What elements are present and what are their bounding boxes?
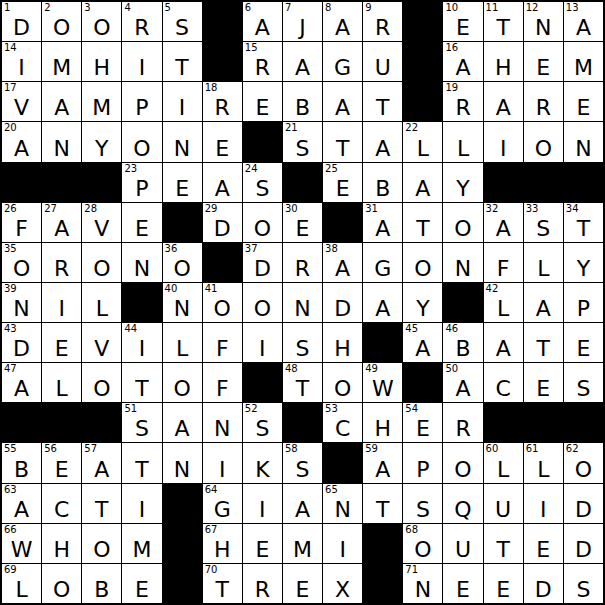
cell-letter: T	[484, 16, 523, 40]
cell-r6c7[interactable]: O	[243, 203, 282, 242]
cell-r9c3[interactable]: V	[82, 323, 121, 362]
cell-r11c7[interactable]: 52S	[243, 403, 282, 442]
cell-r8c15[interactable]: P	[564, 283, 603, 322]
cell-letter: O	[564, 458, 603, 482]
cell-letter: U	[484, 498, 523, 522]
cell-letter: R	[42, 257, 81, 281]
cell-r13c15[interactable]: D	[564, 484, 603, 523]
cell-r15c12[interactable]: E	[443, 564, 482, 603]
cell-r2c4[interactable]: I	[122, 42, 161, 81]
cell-r8c6[interactable]: 41O	[203, 283, 242, 322]
cell-letter: A	[484, 96, 523, 120]
cell-r4c9[interactable]: T	[323, 122, 362, 161]
cell-r11c9[interactable]: 53C	[323, 403, 362, 442]
cell-r2c10[interactable]: U	[363, 42, 402, 81]
cell-r8c1[interactable]: 39N	[2, 283, 41, 322]
cell-r9c8[interactable]: S	[283, 323, 322, 362]
black-square-r11c8	[283, 403, 322, 442]
cell-letter: P	[122, 96, 161, 120]
cell-r5c12[interactable]: Y	[443, 163, 482, 202]
cell-r15c15[interactable]: S	[564, 564, 603, 603]
clue-number: 71	[405, 564, 418, 575]
cell-r8c5[interactable]: 40N	[163, 283, 202, 322]
cell-r8c9[interactable]: D	[323, 283, 362, 322]
black-square-r13c5	[163, 484, 202, 523]
cell-r12c2[interactable]: 56E	[42, 443, 81, 482]
cell-r3c15[interactable]: E	[564, 82, 603, 121]
cell-letter: S	[564, 377, 603, 401]
cell-r3c7[interactable]: E	[243, 82, 282, 121]
cell-letter: S	[283, 337, 322, 361]
cell-letter: E	[122, 578, 161, 602]
crossword-grid: 1D2O3O4R5S6A7J8A9R10E11T12N13A14IMHIT15R…	[0, 0, 605, 605]
cell-letter: U	[443, 538, 482, 562]
cell-r3c2[interactable]: A	[42, 82, 81, 121]
clue-number: 16	[445, 42, 458, 53]
cell-r10c4[interactable]: T	[122, 363, 161, 402]
clue-number: 52	[245, 403, 258, 414]
cell-letter: O	[42, 16, 81, 40]
black-square-r15c5	[163, 564, 202, 603]
cell-r3c14[interactable]: R	[524, 82, 563, 121]
cell-r14c4[interactable]: M	[122, 524, 161, 563]
cell-r15c1[interactable]: 69L	[2, 564, 41, 603]
cell-r9c12[interactable]: 46B	[443, 323, 482, 362]
cell-r14c11[interactable]: 68O	[403, 524, 442, 563]
cell-letter: L	[163, 337, 202, 361]
cell-r4c8[interactable]: 21S	[283, 122, 322, 161]
cell-r14c14[interactable]: E	[524, 524, 563, 563]
cell-r4c1[interactable]: 20A	[2, 122, 41, 161]
cell-r12c3[interactable]: 57A	[82, 443, 121, 482]
cell-r15c4[interactable]: E	[122, 564, 161, 603]
cell-r15c11[interactable]: 71N	[403, 564, 442, 603]
cell-r3c3[interactable]: M	[82, 82, 121, 121]
cell-r12c13[interactable]: 60L	[484, 443, 523, 482]
clue-number: 22	[405, 122, 418, 133]
cell-r15c13[interactable]: E	[484, 564, 523, 603]
cell-letter: P	[122, 177, 161, 201]
cell-r1c14[interactable]: 12N	[524, 2, 563, 41]
cell-r4c12[interactable]: L	[443, 122, 482, 161]
cell-r9c14[interactable]: T	[524, 323, 563, 362]
cell-r12c6[interactable]: I	[203, 443, 242, 482]
cell-r8c3[interactable]: L	[82, 283, 121, 322]
cell-letter: B	[2, 458, 41, 482]
cell-r15c7[interactable]: R	[243, 564, 282, 603]
cell-letter: P	[403, 458, 442, 482]
cell-r10c10[interactable]: 49W	[363, 363, 402, 402]
cell-r9c2[interactable]: E	[42, 323, 81, 362]
cell-letter: I	[122, 498, 161, 522]
cell-r15c3[interactable]: B	[82, 564, 121, 603]
clue-number: 36	[165, 243, 178, 254]
cell-letter: O	[524, 137, 563, 161]
cell-r7c1[interactable]: 35O	[2, 243, 41, 282]
cell-letter: L	[484, 458, 523, 482]
clue-number: 20	[4, 122, 17, 133]
cell-letter: O	[243, 297, 282, 321]
cell-r7c5[interactable]: 36O	[163, 243, 202, 282]
cell-r10c8[interactable]: 48T	[283, 363, 322, 402]
clue-number: 54	[405, 403, 418, 414]
cell-r8c10[interactable]: A	[363, 283, 402, 322]
cell-r5c11[interactable]: A	[403, 163, 442, 202]
cell-r1c4[interactable]: 4R	[122, 2, 161, 41]
cell-r3c13[interactable]: A	[484, 82, 523, 121]
cell-r1c8[interactable]: 7J	[283, 2, 322, 41]
cell-r14c9[interactable]: I	[323, 524, 362, 563]
cell-r13c10[interactable]: T	[363, 484, 402, 523]
cell-r8c7[interactable]: O	[243, 283, 282, 322]
cell-r3c1[interactable]: 17V	[2, 82, 41, 121]
cell-r6c2[interactable]: 27A	[42, 203, 81, 242]
clue-number: 15	[245, 42, 258, 53]
clue-number: 56	[44, 443, 57, 454]
cell-letter: N	[403, 578, 442, 602]
cell-r2c14[interactable]: E	[524, 42, 563, 81]
cell-letter: F	[484, 257, 523, 281]
black-square-r11c14	[524, 403, 563, 442]
cell-r7c7[interactable]: 37D	[243, 243, 282, 282]
cell-letter: F	[2, 217, 41, 241]
cell-r12c11[interactable]: P	[403, 443, 442, 482]
cell-r13c2[interactable]: C	[42, 484, 81, 523]
cell-letter: A	[82, 458, 121, 482]
cell-letter: P	[564, 297, 603, 321]
black-square-r11c3	[82, 403, 121, 442]
cell-r4c5[interactable]: N	[163, 122, 202, 161]
clue-number: 66	[4, 524, 17, 535]
cell-letter: H	[484, 56, 523, 80]
black-square-r1c11	[403, 2, 442, 41]
cell-r5c6[interactable]: A	[203, 163, 242, 202]
clue-number: 3	[84, 2, 90, 13]
cell-r13c13[interactable]: U	[484, 484, 523, 523]
cell-r10c12[interactable]: 50A	[443, 363, 482, 402]
cell-letter: R	[443, 417, 482, 441]
cell-r10c9[interactable]: O	[323, 363, 362, 402]
clue-number: 25	[325, 163, 338, 174]
cell-r2c2[interactable]: M	[42, 42, 81, 81]
cell-r14c6[interactable]: 67H	[203, 524, 242, 563]
cell-letter: T	[122, 377, 161, 401]
cell-r5c10[interactable]: B	[363, 163, 402, 202]
cell-r14c2[interactable]: H	[42, 524, 81, 563]
cell-r3c4[interactable]: P	[122, 82, 161, 121]
cell-r7c12[interactable]: N	[443, 243, 482, 282]
cell-r6c1[interactable]: 26F	[2, 203, 41, 242]
cell-r14c12[interactable]: U	[443, 524, 482, 563]
cell-r11c5[interactable]: A	[163, 403, 202, 442]
cell-r12c10[interactable]: 59A	[363, 443, 402, 482]
cell-r13c6[interactable]: 64G	[203, 484, 242, 523]
cell-letter: E	[243, 538, 282, 562]
cell-letter: O	[443, 458, 482, 482]
cell-r9c4[interactable]: 44I	[122, 323, 161, 362]
cell-r2c13[interactable]: H	[484, 42, 523, 81]
cell-r8c11[interactable]: Y	[403, 283, 442, 322]
clue-number: 48	[285, 363, 298, 374]
cell-r10c5[interactable]: O	[163, 363, 202, 402]
cell-letter: R	[443, 96, 482, 120]
cell-r13c11[interactable]: S	[403, 484, 442, 523]
cell-letter: T	[524, 337, 563, 361]
cell-letter: F	[203, 337, 242, 361]
cell-r1c7[interactable]: 6A	[243, 2, 282, 41]
cell-r14c8[interactable]: M	[283, 524, 322, 563]
cell-r8c13[interactable]: 42L	[484, 283, 523, 322]
cell-r10c3[interactable]: O	[82, 363, 121, 402]
cell-r7c14[interactable]: L	[524, 243, 563, 282]
cell-letter: I	[243, 498, 282, 522]
cell-r9c13[interactable]: A	[484, 323, 523, 362]
cell-r11c12[interactable]: R	[443, 403, 482, 442]
cell-r6c14[interactable]: 33S	[524, 203, 563, 242]
cell-r1c9[interactable]: 8A	[323, 2, 362, 41]
cell-r2c9[interactable]: G	[323, 42, 362, 81]
black-square-r5c3	[82, 163, 121, 202]
clue-number: 27	[44, 203, 57, 214]
cell-r15c6[interactable]: 70T	[203, 564, 242, 603]
cell-r12c15[interactable]: 62O	[564, 443, 603, 482]
cell-r1c15[interactable]: 13A	[564, 2, 603, 41]
cell-r4c10[interactable]: A	[363, 122, 402, 161]
cell-r14c13[interactable]: T	[484, 524, 523, 563]
cell-r12c1[interactable]: 55B	[2, 443, 41, 482]
cell-r7c15[interactable]: Y	[564, 243, 603, 282]
cell-letter: T	[122, 458, 161, 482]
cell-r7c3[interactable]: O	[82, 243, 121, 282]
cell-r5c7[interactable]: 24S	[243, 163, 282, 202]
clue-number: 32	[486, 203, 499, 214]
cell-r6c3[interactable]: 28V	[82, 203, 121, 242]
black-square-r8c4	[122, 283, 161, 322]
cell-r2c7[interactable]: 15R	[243, 42, 282, 81]
cell-r7c4[interactable]: N	[122, 243, 161, 282]
cell-r8c8[interactable]: N	[283, 283, 322, 322]
cell-r13c8[interactable]: A	[283, 484, 322, 523]
cell-r13c14[interactable]: I	[524, 484, 563, 523]
clue-number: 40	[165, 283, 178, 294]
cell-r4c6[interactable]: E	[203, 122, 242, 161]
cell-r14c1[interactable]: 66W	[2, 524, 41, 563]
cell-r2c1[interactable]: 14I	[2, 42, 41, 81]
clue-number: 34	[566, 203, 579, 214]
cell-r3c10[interactable]: T	[363, 82, 402, 121]
cell-r8c14[interactable]: A	[524, 283, 563, 322]
cell-r10c6[interactable]: F	[203, 363, 242, 402]
cell-letter: A	[42, 96, 81, 120]
cell-r2c15[interactable]: M	[564, 42, 603, 81]
cell-r2c3[interactable]: H	[82, 42, 121, 81]
cell-r5c4[interactable]: 23P	[122, 163, 161, 202]
cell-letter: K	[243, 458, 282, 482]
cell-letter: N	[283, 297, 322, 321]
cell-r15c14[interactable]: D	[524, 564, 563, 603]
cell-r15c2[interactable]: O	[42, 564, 81, 603]
cell-r10c14[interactable]: E	[524, 363, 563, 402]
cell-letter: I	[42, 297, 81, 321]
clue-number: 28	[84, 203, 97, 214]
cell-r13c4[interactable]: I	[122, 484, 161, 523]
cell-r11c11[interactable]: 54E	[403, 403, 442, 442]
clue-number: 10	[445, 2, 458, 13]
cell-letter: A	[2, 137, 41, 161]
cell-r10c15[interactable]: S	[564, 363, 603, 402]
cell-r6c11[interactable]: T	[403, 203, 442, 242]
cell-r4c3[interactable]: Y	[82, 122, 121, 161]
cell-letter: A	[484, 217, 523, 241]
cell-r14c3[interactable]: O	[82, 524, 121, 563]
cell-r9c6[interactable]: F	[203, 323, 242, 362]
cell-r1c3[interactable]: 3O	[82, 2, 121, 41]
cell-r12c14[interactable]: 61L	[524, 443, 563, 482]
cell-r4c15[interactable]: N	[564, 122, 603, 161]
cell-r1c10[interactable]: 9R	[363, 2, 402, 41]
cell-r14c15[interactable]: D	[564, 524, 603, 563]
cell-letter: T	[363, 498, 402, 522]
cell-r6c15[interactable]: 34T	[564, 203, 603, 242]
cell-r6c8[interactable]: 30E	[283, 203, 322, 242]
cell-r4c14[interactable]: O	[524, 122, 563, 161]
cell-r14c7[interactable]: E	[243, 524, 282, 563]
cell-r1c2[interactable]: 2O	[42, 2, 81, 41]
cell-letter: J	[283, 16, 322, 40]
cell-r1c13[interactable]: 11T	[484, 2, 523, 41]
cell-r5c9[interactable]: 25E	[323, 163, 362, 202]
cell-letter: G	[363, 257, 402, 281]
clue-number: 70	[205, 564, 218, 575]
cell-r2c5[interactable]: T	[163, 42, 202, 81]
cell-letter: T	[163, 56, 202, 80]
cell-letter: M	[42, 56, 81, 80]
cell-letter: E	[564, 337, 603, 361]
cell-r11c10[interactable]: H	[363, 403, 402, 442]
cell-r13c9[interactable]: 65N	[323, 484, 362, 523]
cell-r11c6[interactable]: N	[203, 403, 242, 442]
cell-r7c8[interactable]: R	[283, 243, 322, 282]
cell-r11c4[interactable]: 51S	[122, 403, 161, 442]
clue-number: 17	[4, 82, 17, 93]
cell-r12c8[interactable]: 58S	[283, 443, 322, 482]
cell-letter: D	[564, 538, 603, 562]
clue-number: 33	[526, 203, 539, 214]
cell-letter: A	[443, 56, 482, 80]
cell-r2c8[interactable]: A	[283, 42, 322, 81]
cell-r3c8[interactable]: B	[283, 82, 322, 121]
black-square-r2c6	[203, 42, 242, 81]
cell-letter: S	[524, 217, 563, 241]
cell-r6c4[interactable]: E	[122, 203, 161, 242]
black-square-r4c7	[243, 122, 282, 161]
cell-r9c11[interactable]: 45A	[403, 323, 442, 362]
cell-letter: L	[524, 257, 563, 281]
cell-letter: O	[82, 257, 121, 281]
cell-letter: A	[403, 177, 442, 201]
cell-r7c2[interactable]: R	[42, 243, 81, 282]
cell-r6c10[interactable]: 31A	[363, 203, 402, 242]
cell-r10c2[interactable]: L	[42, 363, 81, 402]
cell-letter: W	[363, 377, 402, 401]
cell-letter: O	[443, 217, 482, 241]
cell-r12c7[interactable]: K	[243, 443, 282, 482]
cell-r1c12[interactable]: 10E	[443, 2, 482, 41]
cell-letter: E	[122, 217, 161, 241]
cell-letter: N	[42, 137, 81, 161]
cell-letter: O	[42, 578, 81, 602]
cell-letter: B	[363, 177, 402, 201]
cell-r8c2[interactable]: I	[42, 283, 81, 322]
cell-r6c13[interactable]: 32A	[484, 203, 523, 242]
black-square-r2c11	[403, 42, 442, 81]
cell-letter: O	[403, 538, 442, 562]
cell-letter: V	[2, 96, 41, 120]
cell-r4c13[interactable]: I	[484, 122, 523, 161]
cell-r9c9[interactable]: H	[323, 323, 362, 362]
cell-r9c15[interactable]: E	[564, 323, 603, 362]
cell-r13c7[interactable]: I	[243, 484, 282, 523]
cell-letter: A	[323, 96, 362, 120]
cell-r12c12[interactable]: O	[443, 443, 482, 482]
cell-r15c9[interactable]: X	[323, 564, 362, 603]
cell-letter: Y	[564, 257, 603, 281]
cell-letter: H	[82, 56, 121, 80]
clue-number: 47	[4, 363, 17, 374]
cell-letter: F	[203, 377, 242, 401]
cell-letter: S	[243, 417, 282, 441]
cell-letter: A	[283, 56, 322, 80]
cell-letter: N	[122, 257, 161, 281]
cell-r7c13[interactable]: F	[484, 243, 523, 282]
cell-letter: A	[323, 16, 362, 40]
cell-letter: E	[524, 377, 563, 401]
cell-r13c12[interactable]: Q	[443, 484, 482, 523]
cell-r7c9[interactable]: 38A	[323, 243, 362, 282]
cell-r13c1[interactable]: 63A	[2, 484, 41, 523]
cell-r10c1[interactable]: 47A	[2, 363, 41, 402]
cell-letter: T	[283, 377, 322, 401]
cell-r6c6[interactable]: 29D	[203, 203, 242, 242]
cell-r9c1[interactable]: 43D	[2, 323, 41, 362]
cell-r12c5[interactable]: N	[163, 443, 202, 482]
cell-r7c11[interactable]: O	[403, 243, 442, 282]
cell-r4c11[interactable]: 22L	[403, 122, 442, 161]
cell-r12c4[interactable]: T	[122, 443, 161, 482]
cell-r4c2[interactable]: N	[42, 122, 81, 161]
cell-r2c12[interactable]: 16A	[443, 42, 482, 81]
cell-r6c12[interactable]: O	[443, 203, 482, 242]
cell-r15c8[interactable]: E	[283, 564, 322, 603]
clue-number: 11	[486, 2, 499, 13]
cell-r9c7[interactable]: I	[243, 323, 282, 362]
cell-letter: A	[564, 16, 603, 40]
cell-r1c5[interactable]: 5S	[163, 2, 202, 41]
cell-r3c9[interactable]: A	[323, 82, 362, 121]
cell-r3c6[interactable]: 18R	[203, 82, 242, 121]
black-square-r3c11	[403, 82, 442, 121]
cell-r1c1[interactable]: 1D	[2, 2, 41, 41]
cell-r7c10[interactable]: G	[363, 243, 402, 282]
cell-r3c12[interactable]: 19R	[443, 82, 482, 121]
cell-r9c5[interactable]: L	[163, 323, 202, 362]
cell-r5c5[interactable]: E	[163, 163, 202, 202]
cell-r13c3[interactable]: T	[82, 484, 121, 523]
cell-r10c13[interactable]: C	[484, 363, 523, 402]
cell-r4c4[interactable]: O	[122, 122, 161, 161]
cell-letter: N	[323, 498, 362, 522]
cell-r3c5[interactable]: I	[163, 82, 202, 121]
